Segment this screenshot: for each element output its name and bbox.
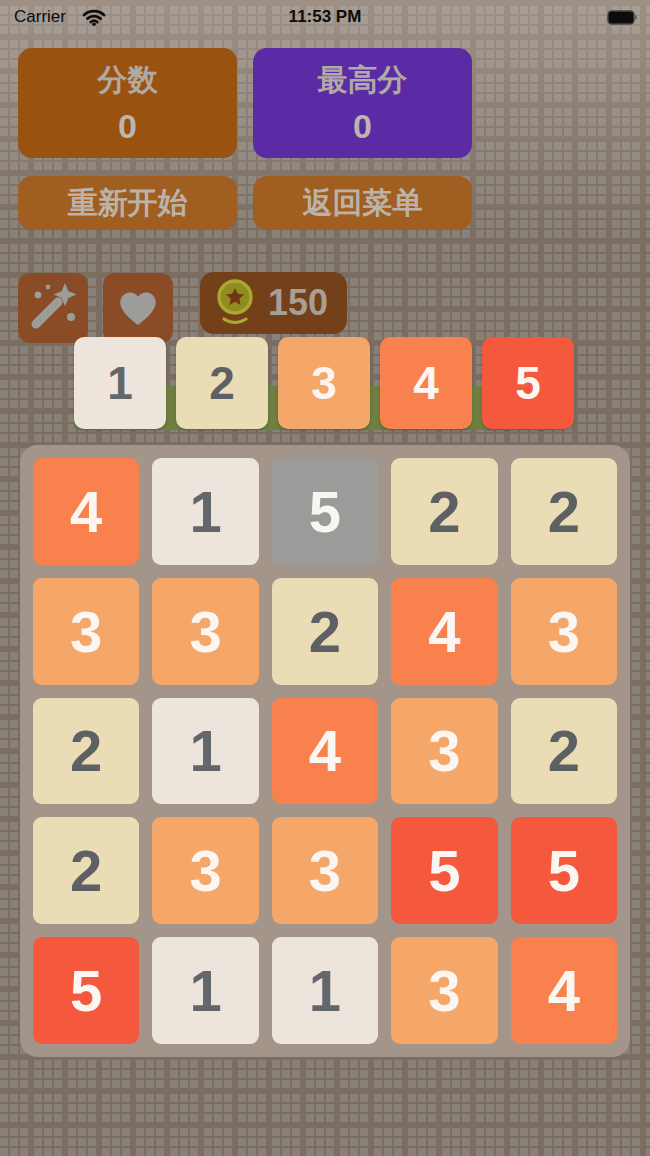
score-box: 分数 0 bbox=[18, 48, 237, 158]
score-value: 0 bbox=[118, 107, 137, 146]
board-cell-r4c5[interactable]: 5 bbox=[511, 817, 617, 924]
board-grid: 4152233243214322335551134 bbox=[20, 445, 630, 1057]
board-cell-r5c5[interactable]: 4 bbox=[511, 937, 617, 1044]
board-cell-r3c3[interactable]: 4 bbox=[272, 698, 378, 805]
back-to-menu-button[interactable]: 返回菜单 bbox=[253, 176, 472, 230]
board-cell-r3c5[interactable]: 2 bbox=[511, 698, 617, 805]
app-screen: Carrier 11:53 PM 分数 0 最高分 0 重新开始 返回菜单 bbox=[0, 0, 650, 1156]
board-cell-r2c5[interactable]: 3 bbox=[511, 578, 617, 685]
board-cell-r4c2[interactable]: 3 bbox=[152, 817, 258, 924]
board-cell-r4c1[interactable]: 2 bbox=[33, 817, 139, 924]
restart-button[interactable]: 重新开始 bbox=[18, 176, 237, 230]
heart-powerup-button[interactable] bbox=[103, 273, 173, 343]
board-cell-r3c1[interactable]: 2 bbox=[33, 698, 139, 805]
board-cell-r2c4[interactable]: 4 bbox=[391, 578, 497, 685]
board-cell-r3c2[interactable]: 1 bbox=[152, 698, 258, 805]
magic-wand-powerup-button[interactable] bbox=[18, 273, 88, 343]
board-cell-r2c3[interactable]: 2 bbox=[272, 578, 378, 685]
board-cell-r1c4[interactable]: 2 bbox=[391, 458, 497, 565]
board-cell-r1c3-frozen[interactable]: 5 bbox=[272, 458, 378, 565]
board-cell-r5c4[interactable]: 3 bbox=[391, 937, 497, 1044]
selector-tile-2[interactable]: 2 bbox=[176, 337, 268, 429]
selector-tile-3[interactable]: 3 bbox=[278, 337, 370, 429]
board-cell-r3c4[interactable]: 3 bbox=[391, 698, 497, 805]
board-cell-r1c5[interactable]: 2 bbox=[511, 458, 617, 565]
next-tiles-row: 12345 bbox=[74, 337, 574, 429]
board-cell-r5c1[interactable]: 5 bbox=[33, 937, 139, 1044]
status-bar: Carrier 11:53 PM bbox=[0, 0, 650, 36]
board-cell-r4c4[interactable]: 5 bbox=[391, 817, 497, 924]
selector-tile-1[interactable]: 1 bbox=[74, 337, 166, 429]
coin-counter[interactable]: 150 bbox=[200, 272, 347, 334]
board-cell-r4c3[interactable]: 3 bbox=[272, 817, 378, 924]
score-label: 分数 bbox=[98, 60, 158, 101]
board-cell-r1c1[interactable]: 4 bbox=[33, 458, 139, 565]
heart-icon bbox=[114, 284, 162, 332]
board-cell-r1c2[interactable]: 1 bbox=[152, 458, 258, 565]
medal-icon bbox=[210, 275, 260, 331]
best-score-label: 最高分 bbox=[318, 60, 408, 101]
coin-count: 150 bbox=[268, 282, 328, 324]
board-cell-r2c2[interactable]: 3 bbox=[152, 578, 258, 685]
selector-tile-4[interactable]: 4 bbox=[380, 337, 472, 429]
selector-tile-5[interactable]: 5 bbox=[482, 337, 574, 429]
magic-wand-icon bbox=[27, 280, 79, 336]
board-cell-r2c1[interactable]: 3 bbox=[33, 578, 139, 685]
battery-icon bbox=[607, 10, 638, 29]
clock: 11:53 PM bbox=[0, 7, 650, 27]
best-score-box: 最高分 0 bbox=[253, 48, 472, 158]
game-board: 4152233243214322335551134 bbox=[20, 445, 630, 1057]
board-cell-r5c3[interactable]: 1 bbox=[272, 937, 378, 1044]
best-score-value: 0 bbox=[353, 107, 372, 146]
board-cell-r5c2[interactable]: 1 bbox=[152, 937, 258, 1044]
